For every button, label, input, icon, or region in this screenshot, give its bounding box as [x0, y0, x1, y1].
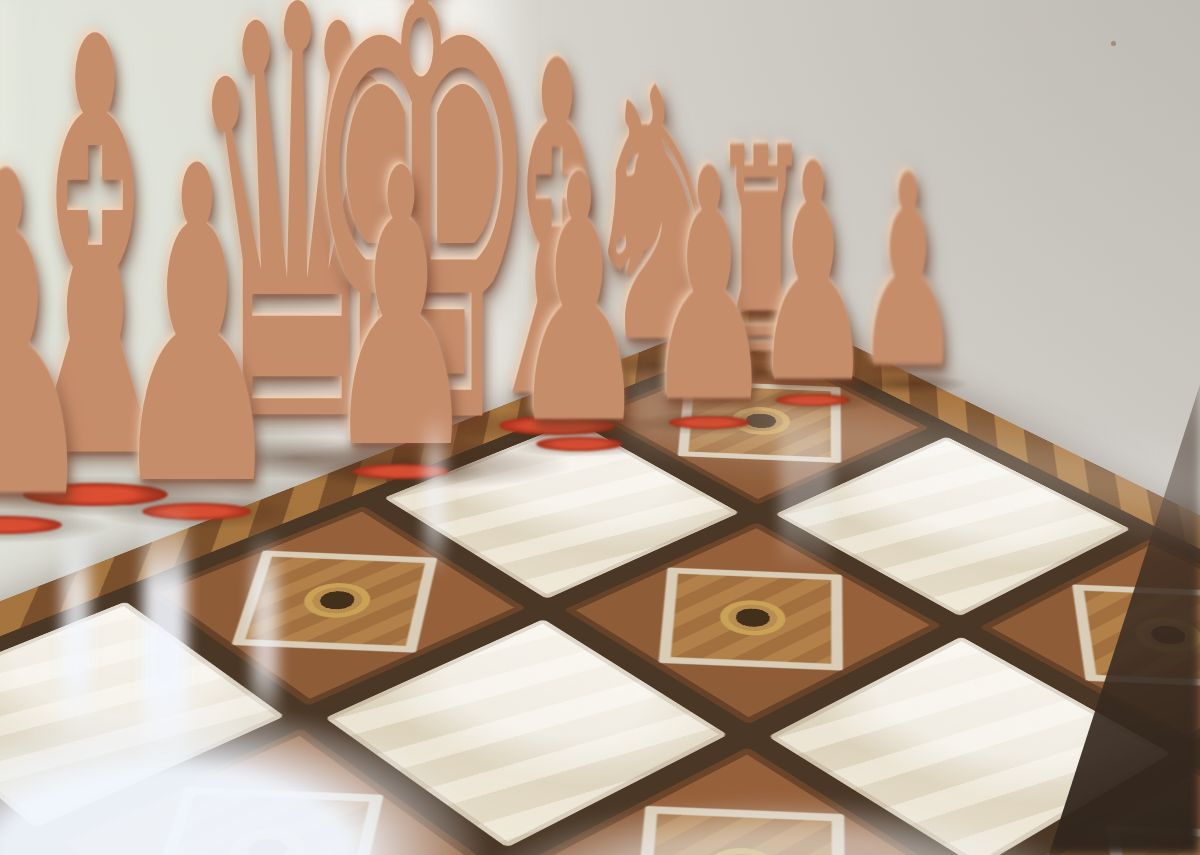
reflection-streak	[143, 505, 187, 775]
reflection-streak	[252, 530, 278, 730]
reflection-streak	[62, 520, 90, 740]
reflection-streak	[780, 400, 832, 570]
white-pawn-f2: ♟	[645, 128, 772, 448]
reflection-streak	[425, 415, 445, 575]
white-pawn-b2: ♟	[0, 116, 98, 562]
white-pawn-d2: ♟	[325, 120, 477, 502]
window-glare-bottom	[420, 740, 1140, 855]
white-pawn-c2: ♟	[110, 112, 283, 547]
photo-stage: ♟♝♟♛♟♚♝♟♞♟♜♟♟	[0, 0, 1200, 855]
